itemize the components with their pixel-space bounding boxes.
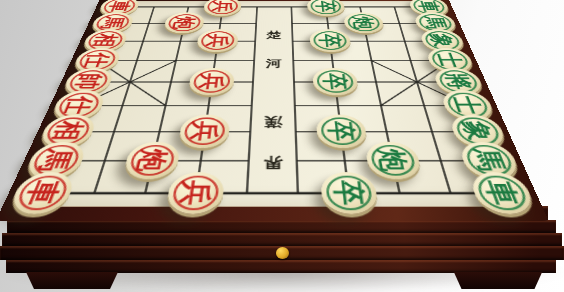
piece-glyph: 兵 — [198, 73, 226, 89]
piece-glyph: 仕 — [82, 53, 113, 68]
piece-glyph: 車 — [481, 180, 523, 205]
piece-glyph: 車 — [416, 1, 442, 12]
piece-red-soldier[interactable]: 兵 — [202, 0, 242, 16]
piece-red-soldier[interactable]: 兵 — [164, 172, 225, 214]
piece-glyph: 士 — [451, 96, 485, 114]
piece-red-soldier[interactable]: 兵 — [195, 29, 238, 52]
piece-glyph: 相 — [50, 121, 87, 141]
piece-glyph: 卒 — [332, 180, 367, 205]
piece-glyph: 馬 — [422, 17, 450, 29]
piece-glyph: 士 — [435, 53, 466, 68]
stand-foot-left — [22, 272, 122, 289]
piece-green-soldier[interactable]: 卒 — [316, 115, 369, 149]
piece-glyph: 卒 — [326, 121, 357, 141]
piece-green-cannon[interactable]: 炮 — [343, 12, 386, 33]
piece-green-soldier[interactable]: 卒 — [307, 0, 346, 16]
piece-glyph: 炮 — [376, 149, 411, 171]
piece-glyph: 將 — [442, 73, 474, 89]
piece-red-cannon[interactable]: 炮 — [121, 142, 181, 180]
piece-glyph: 馬 — [36, 149, 76, 171]
piece-glyph: 車 — [106, 1, 132, 12]
piece-green-soldier[interactable]: 卒 — [309, 29, 352, 52]
piece-red-soldier[interactable]: 兵 — [177, 115, 231, 149]
piece-green-soldier[interactable]: 卒 — [312, 68, 359, 95]
piece-glyph: 炮 — [134, 149, 170, 171]
piece-green-cannon[interactable]: 炮 — [364, 142, 424, 180]
piece-glyph: 馬 — [470, 149, 509, 171]
stand-molding-2 — [7, 220, 556, 233]
piece-glyph: 象 — [460, 121, 497, 141]
stand-foot-right — [450, 272, 546, 289]
piece-red-chariot[interactable]: 車 — [6, 172, 78, 214]
piece-glyph: 象 — [428, 34, 457, 47]
piece-green-soldier[interactable]: 卒 — [320, 172, 380, 214]
piece-red-cannon[interactable]: 炮 — [162, 12, 205, 33]
stand-molding-3 — [2, 233, 562, 246]
piece-glyph: 兵 — [211, 1, 234, 12]
piece-glyph: 卒 — [314, 1, 337, 12]
piece-glyph: 兵 — [189, 121, 221, 141]
piece-glyph: 仕 — [61, 96, 96, 114]
piece-glyph: 炮 — [351, 17, 376, 29]
piece-glyph: 兵 — [178, 180, 214, 205]
stand-drawer-front — [6, 260, 556, 273]
piece-green-chariot[interactable]: 車 — [467, 172, 538, 214]
piece-glyph: 相 — [91, 34, 120, 47]
piece-glyph: 帥 — [72, 73, 105, 89]
piece-glyph: 馬 — [99, 17, 127, 29]
piece-glyph: 兵 — [205, 34, 231, 47]
xiangqi-scene: 楚河漢界 車兵卒車馬炮炮馬相兵卒象仕士帥兵卒將仕士相兵卒象馬炮炮馬車兵卒車 — [0, 0, 564, 292]
drawer-knob-icon — [276, 247, 289, 259]
piece-glyph: 卒 — [318, 34, 343, 47]
piece-glyph: 車 — [21, 180, 64, 205]
piece-glyph: 炮 — [172, 17, 198, 29]
piece-red-soldier[interactable]: 兵 — [187, 68, 235, 95]
piece-glyph: 卒 — [321, 73, 349, 89]
